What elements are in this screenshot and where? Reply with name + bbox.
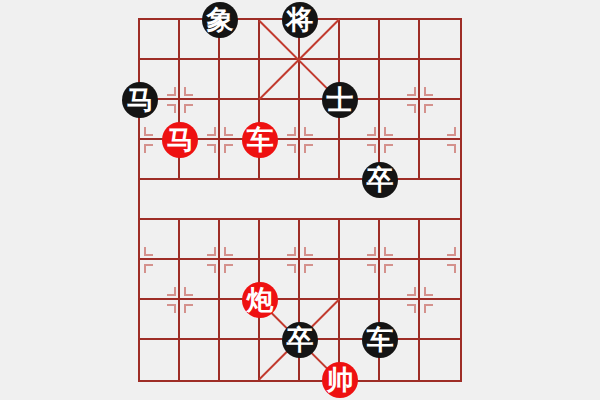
xiangqi-screenshot: 象将马士马车卒炮卒车帅 bbox=[0, 0, 600, 400]
point-marker-corner bbox=[304, 247, 313, 256]
point-marker-corner bbox=[184, 304, 193, 313]
point-marker-corner bbox=[224, 247, 233, 256]
board-cell bbox=[220, 60, 260, 100]
board-cell bbox=[260, 60, 300, 100]
point-marker-corner bbox=[447, 264, 456, 273]
point-marker-corner bbox=[287, 247, 296, 256]
point-marker-corner bbox=[144, 264, 153, 273]
point-marker-corner bbox=[384, 127, 393, 136]
point-marker-corner bbox=[447, 127, 456, 136]
black-advisor[interactable]: 士 bbox=[322, 82, 358, 118]
point-marker-corner bbox=[207, 264, 216, 273]
point-marker-corner bbox=[424, 287, 433, 296]
board-cell bbox=[180, 340, 220, 380]
red-chariot[interactable]: 车 bbox=[242, 122, 278, 158]
point-marker-corner bbox=[184, 104, 193, 113]
point-marker-corner bbox=[304, 264, 313, 273]
point-marker-corner bbox=[287, 264, 296, 273]
red-horse[interactable]: 马 bbox=[162, 122, 198, 158]
xiangqi-board: 象将马士马车卒炮卒车帅 bbox=[138, 18, 462, 382]
point-marker-corner bbox=[144, 127, 153, 136]
black-soldier[interactable]: 卒 bbox=[282, 322, 318, 358]
board-cell bbox=[420, 340, 460, 380]
black-elephant[interactable]: 象 bbox=[202, 2, 238, 38]
black-soldier[interactable]: 卒 bbox=[362, 162, 398, 198]
point-marker-corner bbox=[207, 247, 216, 256]
river-cell bbox=[420, 180, 460, 220]
black-general[interactable]: 将 bbox=[282, 2, 318, 38]
point-marker-corner bbox=[447, 247, 456, 256]
point-marker-corner bbox=[167, 104, 176, 113]
board-cell bbox=[380, 20, 420, 60]
point-marker-corner bbox=[304, 144, 313, 153]
point-marker-corner bbox=[367, 127, 376, 136]
point-marker-corner bbox=[367, 247, 376, 256]
black-horse[interactable]: 马 bbox=[122, 82, 158, 118]
point-marker-corner bbox=[287, 144, 296, 153]
point-marker-corner bbox=[167, 87, 176, 96]
point-marker-corner bbox=[224, 264, 233, 273]
point-marker-corner bbox=[367, 144, 376, 153]
board-cell bbox=[340, 20, 380, 60]
point-marker-corner bbox=[407, 304, 416, 313]
board-cell bbox=[220, 340, 260, 380]
point-marker-corner bbox=[384, 264, 393, 273]
point-marker-corner bbox=[384, 144, 393, 153]
river-cell bbox=[220, 180, 260, 220]
point-marker-corner bbox=[184, 87, 193, 96]
point-marker-corner bbox=[407, 104, 416, 113]
point-marker-corner bbox=[167, 287, 176, 296]
point-marker-corner bbox=[304, 127, 313, 136]
point-marker-corner bbox=[224, 127, 233, 136]
board-cell bbox=[140, 340, 180, 380]
point-marker-corner bbox=[144, 247, 153, 256]
point-marker-corner bbox=[367, 264, 376, 273]
red-cannon[interactable]: 炮 bbox=[242, 282, 278, 318]
point-marker-corner bbox=[424, 304, 433, 313]
river-cell bbox=[140, 180, 180, 220]
board-cell bbox=[420, 20, 460, 60]
point-marker-corner bbox=[184, 287, 193, 296]
river-cell bbox=[180, 180, 220, 220]
point-marker-corner bbox=[224, 144, 233, 153]
point-marker-corner bbox=[407, 87, 416, 96]
point-marker-corner bbox=[167, 304, 176, 313]
river-cell bbox=[300, 180, 340, 220]
point-marker-corner bbox=[384, 247, 393, 256]
board-cell bbox=[140, 20, 180, 60]
point-marker-corner bbox=[424, 87, 433, 96]
red-general[interactable]: 帅 bbox=[322, 362, 358, 398]
point-marker-corner bbox=[407, 287, 416, 296]
point-marker-corner bbox=[424, 104, 433, 113]
point-marker-corner bbox=[207, 127, 216, 136]
point-marker-corner bbox=[447, 144, 456, 153]
point-marker-corner bbox=[207, 144, 216, 153]
black-chariot[interactable]: 车 bbox=[362, 322, 398, 358]
river-cell bbox=[260, 180, 300, 220]
point-marker-corner bbox=[144, 144, 153, 153]
point-marker-corner bbox=[287, 127, 296, 136]
